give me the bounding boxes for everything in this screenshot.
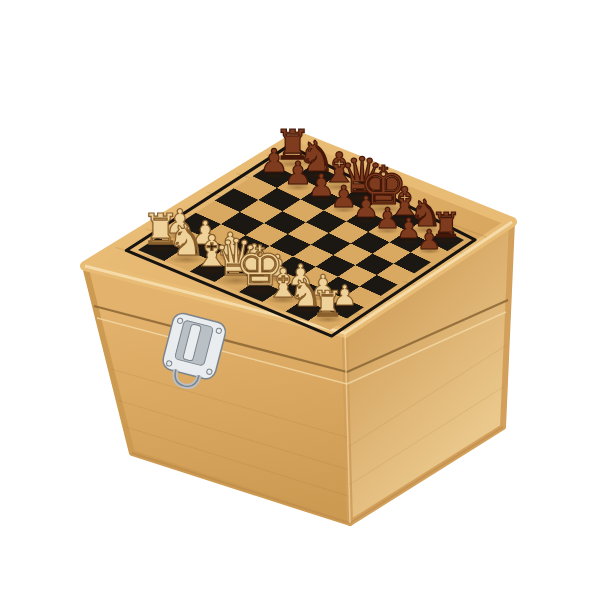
product-photo: ♜♞♟♝♟♛♟♚♟♝♟♞♟♟♜♟♟♜♟♟♞♟♝♟♛♟♚♟♝♟♞♜ bbox=[0, 0, 600, 600]
